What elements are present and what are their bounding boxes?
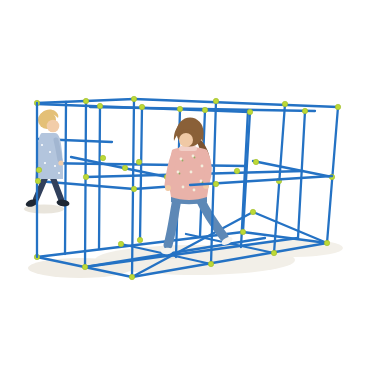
toddler-face — [47, 120, 60, 133]
fort-connector — [324, 240, 329, 245]
fort-connector — [177, 106, 182, 111]
toddler-hand — [58, 160, 63, 165]
fort-connector — [282, 101, 287, 106]
fort-connector — [302, 108, 307, 113]
fort-connector — [131, 186, 136, 191]
toddler-figure — [25, 109, 70, 208]
fort-connector — [82, 264, 87, 269]
fort-connector — [136, 159, 141, 164]
fort-rod — [99, 106, 100, 249]
girl-figure — [161, 118, 234, 256]
girl-face — [179, 133, 193, 147]
fort-rod — [140, 107, 142, 240]
fort-connector — [213, 98, 218, 103]
fort-connector — [137, 237, 142, 242]
product-photo-canvas — [0, 0, 370, 370]
fort-connector — [247, 109, 252, 114]
girl-left-hand — [165, 185, 171, 191]
fort-connector — [100, 155, 105, 160]
fort-connector — [208, 261, 213, 266]
fort-connector — [129, 274, 134, 279]
fort-connector — [36, 167, 41, 172]
fort-connector — [234, 168, 239, 173]
fort-connector — [202, 107, 207, 112]
fort-connector — [253, 159, 258, 164]
fort-connector — [213, 181, 218, 186]
fort-connector — [35, 178, 40, 183]
fort-rod — [65, 102, 66, 254]
fort-connector — [83, 98, 88, 103]
fort-connector — [139, 104, 144, 109]
fort-rod — [134, 99, 338, 107]
fort-connector — [131, 96, 136, 101]
fort-connector — [250, 209, 255, 214]
fort-rod — [298, 111, 305, 238]
fort-rod — [253, 161, 332, 177]
girl-right-arm — [205, 154, 208, 183]
fort-connector — [335, 104, 340, 109]
fort-connector — [118, 241, 123, 246]
fort-connector — [97, 103, 102, 108]
fort-connector — [271, 250, 276, 255]
product-photo — [0, 0, 370, 370]
fort-connector — [122, 165, 127, 170]
girl-collar — [179, 146, 197, 151]
fort-connector — [83, 174, 88, 179]
toddler-front-leg — [53, 178, 61, 199]
fort-connector — [240, 229, 245, 234]
fort-rod — [190, 176, 332, 185]
